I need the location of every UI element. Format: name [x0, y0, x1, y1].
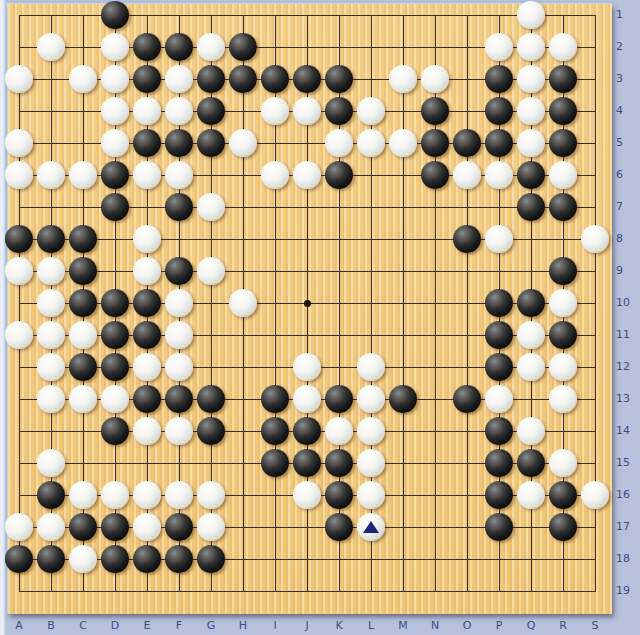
white-stone — [37, 353, 65, 381]
black-stone — [69, 257, 97, 285]
white-stone — [5, 65, 33, 93]
black-stone — [133, 33, 161, 61]
black-stone — [549, 129, 577, 157]
column-label: P — [489, 619, 509, 632]
column-label: J — [297, 619, 317, 632]
black-stone — [485, 417, 513, 445]
black-stone — [517, 289, 545, 317]
white-stone — [357, 513, 385, 541]
white-stone — [133, 225, 161, 253]
white-stone — [229, 289, 257, 317]
black-stone — [197, 65, 225, 93]
black-stone — [69, 289, 97, 317]
white-stone — [421, 65, 449, 93]
white-stone — [357, 97, 385, 125]
white-stone — [5, 161, 33, 189]
white-stone — [581, 481, 609, 509]
white-stone — [549, 161, 577, 189]
black-stone — [133, 545, 161, 573]
white-stone — [165, 417, 193, 445]
white-stone — [357, 353, 385, 381]
white-stone — [357, 417, 385, 445]
black-stone — [197, 417, 225, 445]
black-stone — [197, 385, 225, 413]
white-stone — [549, 449, 577, 477]
white-stone — [517, 353, 545, 381]
black-stone — [37, 545, 65, 573]
black-stone — [229, 33, 257, 61]
white-stone — [485, 385, 513, 413]
white-stone — [517, 129, 545, 157]
black-stone — [517, 449, 545, 477]
white-stone — [69, 161, 97, 189]
row-label: 1 — [616, 8, 638, 22]
black-stone — [485, 353, 513, 381]
black-stone — [101, 417, 129, 445]
black-stone — [293, 417, 321, 445]
white-stone — [101, 129, 129, 157]
white-stone — [197, 481, 225, 509]
black-stone — [421, 161, 449, 189]
black-stone — [421, 97, 449, 125]
white-stone — [37, 257, 65, 285]
black-stone — [293, 65, 321, 93]
column-label: I — [265, 619, 285, 632]
black-stone — [549, 481, 577, 509]
black-stone — [517, 193, 545, 221]
black-stone — [133, 65, 161, 93]
white-stone — [325, 129, 353, 157]
black-stone — [261, 65, 289, 93]
go-board[interactable] — [8, 4, 612, 614]
white-stone — [389, 65, 417, 93]
black-stone — [101, 193, 129, 221]
white-stone — [357, 481, 385, 509]
black-stone — [325, 449, 353, 477]
black-stone — [133, 289, 161, 317]
black-stone — [101, 1, 129, 29]
white-stone — [37, 161, 65, 189]
black-stone — [165, 513, 193, 541]
white-stone — [37, 289, 65, 317]
column-label: O — [457, 619, 477, 632]
row-label: 16 — [616, 488, 638, 502]
black-stone — [293, 449, 321, 477]
black-stone — [485, 289, 513, 317]
white-stone — [37, 513, 65, 541]
row-label: 12 — [616, 360, 638, 374]
black-stone — [485, 449, 513, 477]
column-label: G — [201, 619, 221, 632]
white-stone — [517, 321, 545, 349]
white-stone — [165, 481, 193, 509]
column-label: N — [425, 619, 445, 632]
white-stone — [261, 161, 289, 189]
black-stone — [261, 385, 289, 413]
white-stone — [517, 97, 545, 125]
row-label: 13 — [616, 392, 638, 406]
black-stone — [325, 97, 353, 125]
black-stone — [325, 161, 353, 189]
black-stone — [325, 513, 353, 541]
white-stone — [69, 545, 97, 573]
star-point — [304, 300, 311, 307]
black-stone — [165, 33, 193, 61]
row-label: 6 — [616, 168, 638, 182]
black-stone — [101, 353, 129, 381]
white-stone — [485, 161, 513, 189]
white-stone — [325, 417, 353, 445]
black-stone — [549, 97, 577, 125]
white-stone — [5, 321, 33, 349]
white-stone — [69, 321, 97, 349]
white-stone — [549, 33, 577, 61]
black-stone — [261, 449, 289, 477]
white-stone — [101, 33, 129, 61]
black-stone — [325, 65, 353, 93]
black-stone — [101, 161, 129, 189]
black-stone — [261, 417, 289, 445]
white-stone — [133, 513, 161, 541]
white-stone — [197, 33, 225, 61]
white-stone — [165, 321, 193, 349]
black-stone — [197, 97, 225, 125]
white-stone — [133, 161, 161, 189]
black-stone — [453, 225, 481, 253]
column-label: H — [233, 619, 253, 632]
white-stone — [133, 97, 161, 125]
black-stone — [389, 385, 417, 413]
black-stone — [549, 65, 577, 93]
white-stone — [165, 161, 193, 189]
black-stone — [165, 257, 193, 285]
board-frame: ABCDEFGHIJKLMNOPQRS123456789101112131415… — [0, 0, 640, 635]
row-label: 17 — [616, 520, 638, 534]
black-stone — [453, 385, 481, 413]
row-label: 19 — [616, 584, 638, 598]
column-label: M — [393, 619, 413, 632]
black-stone — [549, 193, 577, 221]
column-label: C — [73, 619, 93, 632]
black-stone — [229, 65, 257, 93]
black-stone — [165, 385, 193, 413]
white-stone — [485, 225, 513, 253]
white-stone — [549, 385, 577, 413]
white-stone — [101, 65, 129, 93]
white-stone — [517, 417, 545, 445]
white-stone — [293, 97, 321, 125]
triangle-marker — [363, 521, 379, 533]
black-stone — [37, 481, 65, 509]
column-label: A — [9, 619, 29, 632]
black-stone — [549, 321, 577, 349]
row-label: 3 — [616, 72, 638, 86]
column-label: B — [41, 619, 61, 632]
white-stone — [37, 385, 65, 413]
column-label: D — [105, 619, 125, 632]
white-stone — [69, 481, 97, 509]
white-stone — [517, 1, 545, 29]
column-label: E — [137, 619, 157, 632]
white-stone — [165, 97, 193, 125]
white-stone — [37, 33, 65, 61]
column-label: K — [329, 619, 349, 632]
black-stone — [37, 225, 65, 253]
column-label: R — [553, 619, 573, 632]
black-stone — [549, 513, 577, 541]
white-stone — [229, 129, 257, 157]
row-label: 10 — [616, 296, 638, 310]
white-stone — [69, 385, 97, 413]
white-stone — [101, 385, 129, 413]
black-stone — [101, 513, 129, 541]
white-stone — [133, 257, 161, 285]
white-stone — [293, 161, 321, 189]
white-stone — [5, 513, 33, 541]
row-label: 7 — [616, 200, 638, 214]
white-stone — [37, 449, 65, 477]
white-stone — [133, 481, 161, 509]
black-stone — [101, 321, 129, 349]
white-stone — [485, 33, 513, 61]
white-stone — [357, 129, 385, 157]
black-stone — [485, 129, 513, 157]
black-stone — [485, 65, 513, 93]
row-label: 5 — [616, 136, 638, 150]
white-stone — [517, 481, 545, 509]
row-label: 4 — [616, 104, 638, 118]
white-stone — [517, 65, 545, 93]
black-stone — [485, 97, 513, 125]
black-stone — [69, 513, 97, 541]
white-stone — [133, 353, 161, 381]
black-stone — [485, 481, 513, 509]
black-stone — [517, 161, 545, 189]
row-label: 8 — [616, 232, 638, 246]
column-label: F — [169, 619, 189, 632]
row-label: 9 — [616, 264, 638, 278]
white-stone — [133, 417, 161, 445]
black-stone — [69, 353, 97, 381]
white-stone — [5, 129, 33, 157]
white-stone — [517, 33, 545, 61]
white-stone — [293, 353, 321, 381]
white-stone — [197, 513, 225, 541]
black-stone — [197, 545, 225, 573]
white-stone — [197, 193, 225, 221]
black-stone — [325, 481, 353, 509]
row-label: 14 — [616, 424, 638, 438]
black-stone — [325, 385, 353, 413]
white-stone — [165, 65, 193, 93]
white-stone — [453, 161, 481, 189]
white-stone — [165, 289, 193, 317]
row-label: 11 — [616, 328, 638, 342]
white-stone — [389, 129, 417, 157]
white-stone — [293, 481, 321, 509]
white-stone — [549, 353, 577, 381]
black-stone — [101, 545, 129, 573]
white-stone — [261, 97, 289, 125]
black-stone — [69, 225, 97, 253]
black-stone — [133, 321, 161, 349]
black-stone — [197, 129, 225, 157]
black-stone — [5, 225, 33, 253]
white-stone — [357, 385, 385, 413]
white-stone — [197, 257, 225, 285]
white-stone — [69, 65, 97, 93]
black-stone — [165, 193, 193, 221]
white-stone — [293, 385, 321, 413]
column-label: Q — [521, 619, 541, 632]
row-label: 18 — [616, 552, 638, 566]
black-stone — [485, 321, 513, 349]
black-stone — [133, 129, 161, 157]
black-stone — [453, 129, 481, 157]
black-stone — [165, 545, 193, 573]
white-stone — [101, 97, 129, 125]
white-stone — [549, 289, 577, 317]
black-stone — [485, 513, 513, 541]
black-stone — [165, 129, 193, 157]
white-stone — [581, 225, 609, 253]
row-label: 15 — [616, 456, 638, 470]
white-stone — [37, 321, 65, 349]
white-stone — [165, 353, 193, 381]
column-label: S — [585, 619, 605, 632]
row-label: 2 — [616, 40, 638, 54]
black-stone — [421, 129, 449, 157]
column-label: L — [361, 619, 381, 632]
white-stone — [357, 449, 385, 477]
white-stone — [5, 257, 33, 285]
black-stone — [101, 289, 129, 317]
white-stone — [101, 481, 129, 509]
black-stone — [549, 257, 577, 285]
black-stone — [5, 545, 33, 573]
black-stone — [133, 385, 161, 413]
